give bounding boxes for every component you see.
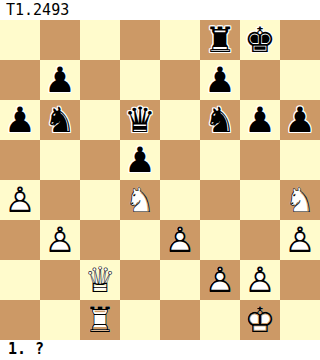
white-knight-icon: ♘ bbox=[120, 180, 160, 220]
black-queen-icon: ♛ bbox=[120, 100, 160, 140]
move-prompt: 1. ? bbox=[8, 340, 44, 359]
square-e5[interactable] bbox=[160, 140, 200, 180]
white-pawn-icon: ♙ bbox=[200, 260, 240, 300]
square-h8[interactable] bbox=[280, 20, 320, 60]
chess-board: ♜♚♟♟♟♞♛♞♟♟♟♟♙♞♘♞♘♟♙♟♙♟♙♛♕♟♙♟♙♜♖♚♔ bbox=[0, 20, 320, 340]
white-pawn-icon: ♙ bbox=[240, 260, 280, 300]
black-pawn-icon: ♟ bbox=[240, 100, 280, 140]
square-c8[interactable] bbox=[80, 20, 120, 60]
white-pawn[interactable]: ♟♙ bbox=[240, 260, 280, 300]
square-a1[interactable] bbox=[0, 300, 40, 340]
white-queen-icon: ♕ bbox=[80, 260, 120, 300]
square-b2[interactable] bbox=[40, 260, 80, 300]
white-pawn[interactable]: ♟♙ bbox=[160, 220, 200, 260]
square-c5[interactable] bbox=[80, 140, 120, 180]
white-pawn-icon: ♙ bbox=[0, 180, 40, 220]
square-f2[interactable]: ♟♙ bbox=[200, 260, 240, 300]
square-a6[interactable]: ♟ bbox=[0, 100, 40, 140]
white-pawn-icon: ♙ bbox=[280, 220, 320, 260]
square-a4[interactable]: ♟♙ bbox=[0, 180, 40, 220]
white-pawn[interactable]: ♟♙ bbox=[280, 220, 320, 260]
white-pawn[interactable]: ♟♙ bbox=[40, 220, 80, 260]
square-b5[interactable] bbox=[40, 140, 80, 180]
square-h1[interactable] bbox=[280, 300, 320, 340]
black-pawn-icon: ♟ bbox=[200, 60, 240, 100]
puzzle-title: T1.2493 bbox=[6, 1, 69, 19]
square-b7[interactable]: ♟ bbox=[40, 60, 80, 100]
square-e7[interactable] bbox=[160, 60, 200, 100]
square-b4[interactable] bbox=[40, 180, 80, 220]
white-king[interactable]: ♚♔ bbox=[240, 300, 280, 340]
square-h3[interactable]: ♟♙ bbox=[280, 220, 320, 260]
square-h7[interactable] bbox=[280, 60, 320, 100]
square-e4[interactable] bbox=[160, 180, 200, 220]
square-c6[interactable] bbox=[80, 100, 120, 140]
square-d3[interactable] bbox=[120, 220, 160, 260]
black-pawn[interactable]: ♟ bbox=[120, 140, 160, 180]
square-g3[interactable] bbox=[240, 220, 280, 260]
square-h5[interactable] bbox=[280, 140, 320, 180]
white-knight-icon: ♘ bbox=[280, 180, 320, 220]
square-c2[interactable]: ♛♕ bbox=[80, 260, 120, 300]
black-pawn[interactable]: ♟ bbox=[40, 60, 80, 100]
square-a2[interactable] bbox=[0, 260, 40, 300]
black-pawn-icon: ♟ bbox=[280, 100, 320, 140]
square-d7[interactable] bbox=[120, 60, 160, 100]
black-queen[interactable]: ♛ bbox=[120, 100, 160, 140]
white-king-icon: ♔ bbox=[240, 300, 280, 340]
square-f1[interactable] bbox=[200, 300, 240, 340]
square-g8[interactable]: ♚ bbox=[240, 20, 280, 60]
square-g1[interactable]: ♚♔ bbox=[240, 300, 280, 340]
square-g6[interactable]: ♟ bbox=[240, 100, 280, 140]
white-pawn-icon: ♙ bbox=[160, 220, 200, 260]
square-b6[interactable]: ♞ bbox=[40, 100, 80, 140]
square-c3[interactable] bbox=[80, 220, 120, 260]
square-d6[interactable]: ♛ bbox=[120, 100, 160, 140]
black-pawn-icon: ♟ bbox=[120, 140, 160, 180]
square-g2[interactable]: ♟♙ bbox=[240, 260, 280, 300]
square-d1[interactable] bbox=[120, 300, 160, 340]
black-pawn[interactable]: ♟ bbox=[0, 100, 40, 140]
white-knight[interactable]: ♞♘ bbox=[280, 180, 320, 220]
black-knight[interactable]: ♞ bbox=[40, 100, 80, 140]
square-a8[interactable] bbox=[0, 20, 40, 60]
black-king-icon: ♚ bbox=[240, 20, 280, 60]
square-f5[interactable] bbox=[200, 140, 240, 180]
square-h6[interactable]: ♟ bbox=[280, 100, 320, 140]
square-c7[interactable] bbox=[80, 60, 120, 100]
square-h2[interactable] bbox=[280, 260, 320, 300]
black-knight[interactable]: ♞ bbox=[200, 100, 240, 140]
square-b8[interactable] bbox=[40, 20, 80, 60]
black-pawn[interactable]: ♟ bbox=[240, 100, 280, 140]
square-b3[interactable]: ♟♙ bbox=[40, 220, 80, 260]
black-knight-icon: ♞ bbox=[200, 100, 240, 140]
square-a7[interactable] bbox=[0, 60, 40, 100]
square-g4[interactable] bbox=[240, 180, 280, 220]
black-pawn-icon: ♟ bbox=[40, 60, 80, 100]
black-pawn-icon: ♟ bbox=[0, 100, 40, 140]
square-c1[interactable]: ♜♖ bbox=[80, 300, 120, 340]
square-f6[interactable]: ♞ bbox=[200, 100, 240, 140]
square-e8[interactable] bbox=[160, 20, 200, 60]
square-d5[interactable]: ♟ bbox=[120, 140, 160, 180]
square-h4[interactable]: ♞♘ bbox=[280, 180, 320, 220]
black-rook[interactable]: ♜ bbox=[200, 20, 240, 60]
square-d2[interactable] bbox=[120, 260, 160, 300]
square-f4[interactable] bbox=[200, 180, 240, 220]
white-queen[interactable]: ♛♕ bbox=[80, 260, 120, 300]
white-knight[interactable]: ♞♘ bbox=[120, 180, 160, 220]
square-d8[interactable] bbox=[120, 20, 160, 60]
square-d4[interactable]: ♞♘ bbox=[120, 180, 160, 220]
square-a5[interactable] bbox=[0, 140, 40, 180]
white-pawn-icon: ♙ bbox=[40, 220, 80, 260]
white-rook[interactable]: ♜♖ bbox=[80, 300, 120, 340]
black-rook-icon: ♜ bbox=[200, 20, 240, 60]
black-king[interactable]: ♚ bbox=[240, 20, 280, 60]
square-c4[interactable] bbox=[80, 180, 120, 220]
square-g7[interactable] bbox=[240, 60, 280, 100]
square-e6[interactable] bbox=[160, 100, 200, 140]
white-rook-icon: ♖ bbox=[80, 300, 120, 340]
black-pawn[interactable]: ♟ bbox=[280, 100, 320, 140]
square-f8[interactable]: ♜ bbox=[200, 20, 240, 60]
square-a3[interactable] bbox=[0, 220, 40, 260]
square-e3[interactable]: ♟♙ bbox=[160, 220, 200, 260]
black-pawn[interactable]: ♟ bbox=[200, 60, 240, 100]
square-e1[interactable] bbox=[160, 300, 200, 340]
square-b1[interactable] bbox=[40, 300, 80, 340]
black-knight-icon: ♞ bbox=[40, 100, 80, 140]
square-f7[interactable]: ♟ bbox=[200, 60, 240, 100]
square-f3[interactable] bbox=[200, 220, 240, 260]
white-pawn[interactable]: ♟♙ bbox=[200, 260, 240, 300]
square-e2[interactable] bbox=[160, 260, 200, 300]
square-g5[interactable] bbox=[240, 140, 280, 180]
white-pawn[interactable]: ♟♙ bbox=[0, 180, 40, 220]
